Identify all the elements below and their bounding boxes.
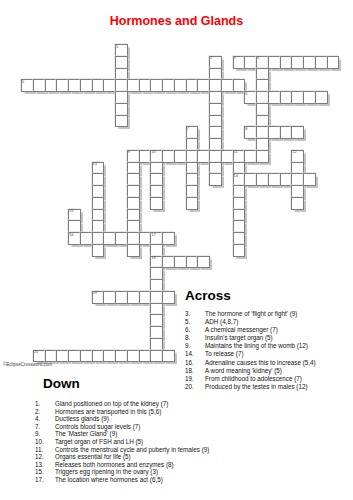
clue-item: 15.Triggers egg ripening in the ovary (3…: [35, 468, 209, 476]
clue-item: 3.The hormone of 'flight or fight' (9): [185, 310, 316, 318]
clue-item-text: Produced by the testes in males (12): [205, 383, 316, 391]
clue-item-text: Gland positioned on top of the kidney (7…: [55, 400, 209, 408]
clue-item-text: Adrenaline causes this to increase (5,4): [205, 359, 316, 367]
grid-cell[interactable]: [291, 197, 304, 210]
puzzle-title: Hormones and Glands: [0, 14, 353, 28]
clue-item: 16.Adrenaline causes this to increase (5…: [185, 359, 316, 367]
copyright-text: ©EclipseCrossword.com: [3, 362, 52, 367]
clue-item-text: Controls blood sugar levels (7): [55, 423, 209, 431]
clue-number: 12: [292, 150, 296, 154]
clue-item: 4.Ductless glands (9): [35, 415, 209, 423]
clue-item-number: 2.: [35, 408, 55, 416]
clue-item: 13.Releases both hormones and enzymes (8…: [35, 461, 209, 469]
down-panel: Down 1.Gland positioned on top of the ki…: [35, 376, 209, 484]
clue-item-text: Organs essential for life (5): [55, 453, 209, 461]
clue-item: 10.Target organ of FSH and LH (5): [35, 438, 209, 446]
across-heading: Across: [185, 288, 316, 303]
clue-item-text: The hormone of 'flight or fight' (9): [205, 310, 316, 318]
clue-item-text: Hormones are transported in this (5,6): [55, 408, 209, 416]
clue-item: 5.ADH (4,8,7): [185, 318, 316, 326]
grid-cell[interactable]: [162, 291, 175, 304]
clue-item-number: 18.: [185, 367, 205, 375]
clue-item-text: A word meaning 'kidney' (5): [205, 367, 316, 375]
clue-item-text: Maintains the lining of the womb (12): [205, 342, 316, 350]
clue-item: 2.Hormones are transported in this (5,6): [35, 408, 209, 416]
clue-item-number: 7.: [35, 423, 55, 431]
clue-number: 8: [245, 127, 247, 131]
clue-item-text: The 'Master Gland' (9): [55, 430, 209, 438]
clue-item-number: 5.: [185, 318, 205, 326]
grid-cell[interactable]: [115, 115, 128, 128]
grid-cell[interactable]: [162, 232, 175, 245]
clue-item-text: Controls the menstrual cycle and puberty…: [55, 446, 209, 454]
clue-item: 7.Controls blood sugar levels (7): [35, 423, 209, 431]
clue-item-number: 3.: [185, 310, 205, 318]
clue-item: 18.A word meaning 'kidney' (5): [185, 367, 316, 375]
clue-item: 6.A chemical messenger (7): [185, 326, 316, 334]
clue-number: 15: [69, 209, 73, 213]
clue-number: 2: [210, 56, 212, 60]
clue-item: 11.Controls the menstrual cycle and pube…: [35, 446, 209, 454]
clue-item: 9.The 'Master Gland' (9): [35, 430, 209, 438]
clue-number: 7: [187, 127, 189, 131]
clue-item-text: To release (7): [205, 350, 316, 358]
clue-item-number: 14.: [185, 350, 205, 358]
clue-number: 19: [93, 291, 97, 295]
grid-cell[interactable]: [127, 244, 140, 257]
clue-item-text: Insulin's target organ (5): [205, 334, 316, 342]
grid-cell[interactable]: [92, 244, 105, 257]
clue-number: 10: [151, 150, 155, 154]
grid-cell[interactable]: [162, 350, 175, 363]
clue-item-number: 11.: [35, 446, 55, 454]
clue-number: 9: [128, 150, 130, 154]
clue-number: 18: [151, 256, 155, 260]
clue-item-number: 12.: [35, 453, 55, 461]
clue-number: 14: [234, 174, 238, 178]
clue-item-number: 13.: [35, 461, 55, 469]
clue-number: 13: [93, 162, 97, 166]
clue-item-text: From childhood to adolescence (7): [205, 375, 316, 383]
clue-number: 6: [245, 92, 247, 96]
clue-number: 16: [69, 233, 73, 237]
grid-cell[interactable]: [233, 244, 246, 257]
grid-cell[interactable]: [256, 150, 269, 163]
clue-item-number: 6.: [185, 326, 205, 334]
clue-item-text: A chemical messenger (7): [205, 326, 316, 334]
clue-item-number: 15.: [35, 468, 55, 476]
down-heading: Down: [43, 376, 209, 391]
clue-item-number: 8.: [185, 334, 205, 342]
clue-item-number: 9.: [35, 430, 55, 438]
clue-item: 1.Gland positioned on top of the kidney …: [35, 400, 209, 408]
clue-number: 17: [151, 233, 155, 237]
clue-item-number: 17.: [35, 476, 55, 484]
grid-cell[interactable]: [197, 256, 210, 269]
grid-cell[interactable]: [186, 197, 199, 210]
down-clue-list: 1.Gland positioned on top of the kidney …: [35, 400, 209, 484]
clue-item-text: Releases both hormones and enzymes (8): [55, 461, 209, 469]
clue-item-number: 1.: [35, 400, 55, 408]
clue-item-number: 4.: [35, 415, 55, 423]
clue-number: 20: [34, 350, 38, 354]
clue-number: 1: [116, 45, 118, 49]
clue-item-text: Target organ of FSH and LH (5): [55, 438, 209, 446]
clue-number: 5: [22, 80, 24, 84]
grid-cell[interactable]: [291, 126, 304, 139]
clue-item-text: ADH (4,8,7): [205, 318, 316, 326]
clue-number: 4: [257, 56, 259, 60]
clue-item: 8.Insulin's target organ (5): [185, 334, 316, 342]
grid-cell[interactable]: [209, 173, 222, 186]
clue-number: 11: [234, 150, 238, 154]
clue-item-text: Ductless glands (9): [55, 415, 209, 423]
grid-cell[interactable]: [150, 197, 163, 210]
clue-item: 14.To release (7): [185, 350, 316, 358]
clue-item-text: Triggers egg ripening in the ovary (3): [55, 468, 209, 476]
clue-item: 9.Maintains the lining of the womb (12): [185, 342, 316, 350]
grid-cell[interactable]: [315, 91, 328, 104]
clue-item: 17.The location where hormones act (6,5): [35, 476, 209, 484]
clue-item-number: 10.: [35, 438, 55, 446]
clue-item-number: 9.: [185, 342, 205, 350]
grid-cell[interactable]: [303, 173, 316, 186]
grid-cell[interactable]: [327, 56, 340, 69]
clue-item: 12.Organs essential for life (5): [35, 453, 209, 461]
clue-item-number: 16.: [185, 359, 205, 367]
clue-number: 3: [234, 56, 236, 60]
clue-item-text: The location where hormones act (6,5): [55, 476, 209, 484]
